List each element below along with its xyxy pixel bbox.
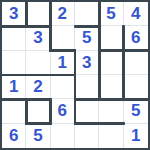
sudoku-board: 3254356131265651 bbox=[0, 0, 150, 150]
cell-r2c3[interactable] bbox=[51, 26, 75, 50]
given-digit: 6 bbox=[58, 102, 67, 119]
cell-r1c1[interactable]: 3 bbox=[2, 2, 26, 26]
cell-r4c3[interactable] bbox=[51, 75, 75, 99]
cell-r6c4[interactable] bbox=[75, 124, 99, 148]
given-digit: 5 bbox=[82, 29, 91, 46]
cell-r3c3[interactable]: 1 bbox=[51, 51, 75, 75]
given-digit: 5 bbox=[33, 127, 42, 144]
cell-r5c6[interactable]: 5 bbox=[124, 99, 148, 123]
cell-r5c5[interactable] bbox=[99, 99, 123, 123]
cell-r5c1[interactable] bbox=[2, 99, 26, 123]
cell-r6c6[interactable]: 1 bbox=[124, 124, 148, 148]
cell-r2c4[interactable]: 5 bbox=[75, 26, 99, 50]
given-digit: 1 bbox=[9, 78, 18, 95]
cell-r1c3[interactable]: 2 bbox=[51, 2, 75, 26]
cell-r4c5[interactable] bbox=[99, 75, 123, 99]
sudoku-grid: 3254356131265651 bbox=[2, 2, 148, 148]
given-digit: 5 bbox=[131, 102, 140, 119]
given-digit: 1 bbox=[58, 54, 67, 71]
cell-r4c6[interactable] bbox=[124, 75, 148, 99]
given-digit: 3 bbox=[82, 54, 91, 71]
cell-r1c6[interactable]: 4 bbox=[124, 2, 148, 26]
cell-r4c1[interactable]: 1 bbox=[2, 75, 26, 99]
given-digit: 3 bbox=[33, 29, 42, 46]
given-digit: 2 bbox=[58, 5, 67, 22]
cell-r3c5[interactable] bbox=[99, 51, 123, 75]
cell-r6c3[interactable] bbox=[51, 124, 75, 148]
given-digit: 2 bbox=[33, 78, 42, 95]
cell-r2c1[interactable] bbox=[2, 26, 26, 50]
given-digit: 4 bbox=[131, 5, 140, 22]
cell-r1c2[interactable] bbox=[26, 2, 50, 26]
cell-r6c1[interactable]: 6 bbox=[2, 124, 26, 148]
cell-r3c4[interactable]: 3 bbox=[75, 51, 99, 75]
cell-r3c2[interactable] bbox=[26, 51, 50, 75]
given-digit: 6 bbox=[9, 127, 18, 144]
cell-r5c3[interactable]: 6 bbox=[51, 99, 75, 123]
given-digit: 3 bbox=[9, 5, 18, 22]
cell-r1c5[interactable]: 5 bbox=[99, 2, 123, 26]
cell-r3c6[interactable] bbox=[124, 51, 148, 75]
cell-r1c4[interactable] bbox=[75, 2, 99, 26]
cell-r2c6[interactable]: 6 bbox=[124, 26, 148, 50]
cell-r3c1[interactable] bbox=[2, 51, 26, 75]
cell-r6c2[interactable]: 5 bbox=[26, 124, 50, 148]
cell-r4c2[interactable]: 2 bbox=[26, 75, 50, 99]
cell-r2c5[interactable] bbox=[99, 26, 123, 50]
given-digit: 6 bbox=[131, 29, 140, 46]
cell-r5c2[interactable] bbox=[26, 99, 50, 123]
given-digit: 1 bbox=[131, 127, 140, 144]
cell-r4c4[interactable] bbox=[75, 75, 99, 99]
given-digit: 5 bbox=[106, 5, 115, 22]
cell-r6c5[interactable] bbox=[99, 124, 123, 148]
cell-r2c2[interactable]: 3 bbox=[26, 26, 50, 50]
cell-r5c4[interactable] bbox=[75, 99, 99, 123]
